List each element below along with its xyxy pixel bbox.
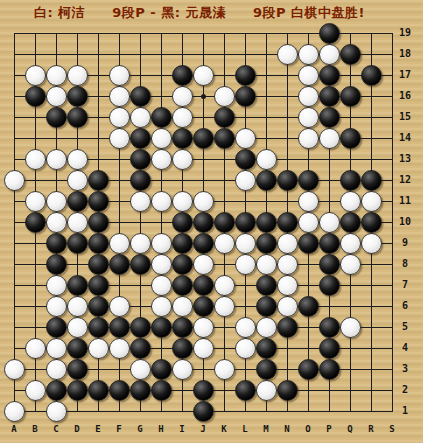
stone-black[interactable] xyxy=(361,212,382,233)
stone-white[interactable] xyxy=(46,275,67,296)
stone-white[interactable] xyxy=(151,254,172,275)
stone-white[interactable] xyxy=(193,317,214,338)
stone-black[interactable] xyxy=(319,317,340,338)
stone-black[interactable] xyxy=(277,170,298,191)
stone-white[interactable] xyxy=(109,338,130,359)
stone-white[interactable] xyxy=(235,254,256,275)
stone-white[interactable] xyxy=(277,275,298,296)
stone-black[interactable] xyxy=(151,317,172,338)
stone-white[interactable] xyxy=(25,380,46,401)
stone-black[interactable] xyxy=(235,86,256,107)
col-label-C: C xyxy=(49,424,63,434)
stone-black[interactable] xyxy=(340,170,361,191)
col-label-F: F xyxy=(112,424,126,434)
stone-black[interactable] xyxy=(319,275,340,296)
stone-white[interactable] xyxy=(109,65,130,86)
stone-white[interactable] xyxy=(46,65,67,86)
stone-black[interactable] xyxy=(298,170,319,191)
stone-black[interactable] xyxy=(256,170,277,191)
stone-white[interactable] xyxy=(193,65,214,86)
stone-black[interactable] xyxy=(46,254,67,275)
stone-black[interactable] xyxy=(193,296,214,317)
stone-black[interactable] xyxy=(88,191,109,212)
stone-black[interactable] xyxy=(25,212,46,233)
row-label-18: 18 xyxy=(394,48,416,59)
stone-white[interactable] xyxy=(46,401,67,422)
stone-black[interactable] xyxy=(319,86,340,107)
row-label-15: 15 xyxy=(394,111,416,122)
stone-white[interactable] xyxy=(172,296,193,317)
stone-white[interactable] xyxy=(298,128,319,149)
stone-white[interactable] xyxy=(67,212,88,233)
stone-white[interactable] xyxy=(256,149,277,170)
stone-white[interactable] xyxy=(4,359,25,380)
col-label-I: I xyxy=(175,424,189,434)
stone-white[interactable] xyxy=(46,191,67,212)
stone-white[interactable] xyxy=(109,233,130,254)
row-label-1: 1 xyxy=(394,405,416,416)
stone-black[interactable] xyxy=(109,254,130,275)
stone-white[interactable] xyxy=(256,254,277,275)
stone-white[interactable] xyxy=(130,359,151,380)
stone-black[interactable] xyxy=(88,275,109,296)
col-label-H: H xyxy=(154,424,168,434)
stone-white[interactable] xyxy=(235,170,256,191)
stone-black[interactable] xyxy=(340,212,361,233)
col-label-G: G xyxy=(133,424,147,434)
stone-white[interactable] xyxy=(172,107,193,128)
stone-black[interactable] xyxy=(361,170,382,191)
stone-black[interactable] xyxy=(172,254,193,275)
stone-black[interactable] xyxy=(88,317,109,338)
stone-white[interactable] xyxy=(46,86,67,107)
row-label-9: 9 xyxy=(394,237,416,248)
stone-black[interactable] xyxy=(130,317,151,338)
col-label-Q: Q xyxy=(343,424,357,434)
stone-white[interactable] xyxy=(130,191,151,212)
stone-white[interactable] xyxy=(298,65,319,86)
stone-white[interactable] xyxy=(277,296,298,317)
stone-black[interactable] xyxy=(130,149,151,170)
stone-black[interactable] xyxy=(298,233,319,254)
stone-black[interactable] xyxy=(46,317,67,338)
stone-black[interactable] xyxy=(130,338,151,359)
col-label-P: P xyxy=(322,424,336,434)
stone-black[interactable] xyxy=(277,380,298,401)
row-label-11: 11 xyxy=(394,195,416,206)
col-label-M: M xyxy=(259,424,273,434)
stone-black[interactable] xyxy=(193,380,214,401)
row-label-3: 3 xyxy=(394,363,416,374)
stone-white[interactable] xyxy=(193,191,214,212)
stone-black[interactable] xyxy=(277,212,298,233)
row-label-2: 2 xyxy=(394,384,416,395)
stone-black[interactable] xyxy=(46,380,67,401)
stone-white[interactable] xyxy=(172,149,193,170)
stone-white[interactable] xyxy=(151,233,172,254)
stone-black[interactable] xyxy=(340,128,361,149)
col-label-O: O xyxy=(301,424,315,434)
stone-white[interactable] xyxy=(256,317,277,338)
stone-white[interactable] xyxy=(67,317,88,338)
col-label-E: E xyxy=(91,424,105,434)
stone-white[interactable] xyxy=(67,65,88,86)
stone-white[interactable] xyxy=(172,359,193,380)
stone-black[interactable] xyxy=(361,65,382,86)
stone-black[interactable] xyxy=(46,107,67,128)
stone-black[interactable] xyxy=(88,254,109,275)
stone-black[interactable] xyxy=(235,65,256,86)
stone-black[interactable] xyxy=(67,107,88,128)
stone-black[interactable] xyxy=(130,254,151,275)
col-label-B: B xyxy=(28,424,42,434)
stone-white[interactable] xyxy=(214,296,235,317)
col-label-R: R xyxy=(364,424,378,434)
stone-black[interactable] xyxy=(319,254,340,275)
stone-white[interactable] xyxy=(130,107,151,128)
row-label-19: 19 xyxy=(394,27,416,38)
stone-black[interactable] xyxy=(130,380,151,401)
col-label-K: K xyxy=(217,424,231,434)
stone-white[interactable] xyxy=(67,149,88,170)
stone-black[interactable] xyxy=(151,359,172,380)
stone-white[interactable] xyxy=(46,296,67,317)
stone-black[interactable] xyxy=(298,359,319,380)
stone-black[interactable] xyxy=(235,212,256,233)
stone-black[interactable] xyxy=(172,233,193,254)
col-label-J: J xyxy=(196,424,210,434)
stone-white[interactable] xyxy=(46,149,67,170)
stone-white[interactable] xyxy=(193,338,214,359)
col-label-L: L xyxy=(238,424,252,434)
stone-white[interactable] xyxy=(277,233,298,254)
stone-black[interactable] xyxy=(67,380,88,401)
stone-white[interactable] xyxy=(277,254,298,275)
stone-white[interactable] xyxy=(25,65,46,86)
stone-white[interactable] xyxy=(67,296,88,317)
row-label-5: 5 xyxy=(394,321,416,332)
stone-black[interactable] xyxy=(319,23,340,44)
stone-white[interactable] xyxy=(25,149,46,170)
stone-white[interactable] xyxy=(193,254,214,275)
stone-black[interactable] xyxy=(193,128,214,149)
stone-white[interactable] xyxy=(340,317,361,338)
row-label-6: 6 xyxy=(394,300,416,311)
stone-white[interactable] xyxy=(130,233,151,254)
stone-white[interactable] xyxy=(88,338,109,359)
stone-black[interactable] xyxy=(319,107,340,128)
game-info-header: 白: 柯洁 9段P - 黑: 元晟溱 9段P 白棋中盘胜! xyxy=(34,4,365,22)
stone-black[interactable] xyxy=(67,233,88,254)
stone-white[interactable] xyxy=(109,86,130,107)
stone-black[interactable] xyxy=(256,338,277,359)
stone-black[interactable] xyxy=(235,149,256,170)
stone-black[interactable] xyxy=(319,359,340,380)
stone-white[interactable] xyxy=(25,338,46,359)
stone-black[interactable] xyxy=(151,380,172,401)
stone-white[interactable] xyxy=(235,233,256,254)
row-label-16: 16 xyxy=(394,90,416,101)
stone-white[interactable] xyxy=(214,359,235,380)
stone-black[interactable] xyxy=(277,317,298,338)
row-label-8: 8 xyxy=(394,258,416,269)
stone-black[interactable] xyxy=(193,275,214,296)
stone-black[interactable] xyxy=(256,212,277,233)
stone-white[interactable] xyxy=(46,212,67,233)
stone-black[interactable] xyxy=(256,296,277,317)
stone-white[interactable] xyxy=(172,86,193,107)
stone-black[interactable] xyxy=(88,212,109,233)
stone-white[interactable] xyxy=(151,275,172,296)
col-label-S: S xyxy=(385,424,399,434)
stone-white[interactable] xyxy=(4,401,25,422)
stone-black[interactable] xyxy=(193,212,214,233)
stone-black[interactable] xyxy=(67,359,88,380)
stone-white[interactable] xyxy=(109,107,130,128)
stone-white[interactable] xyxy=(235,338,256,359)
star-point xyxy=(201,94,206,99)
row-label-12: 12 xyxy=(394,174,416,185)
row-label-17: 17 xyxy=(394,69,416,80)
stone-white[interactable] xyxy=(319,44,340,65)
stone-white[interactable] xyxy=(214,233,235,254)
stone-black[interactable] xyxy=(172,212,193,233)
stone-black[interactable] xyxy=(214,107,235,128)
go-board-viewer: 白: 柯洁 9段P - 黑: 元晟溱 9段P 白棋中盘胜! ABCDEFGHIJ… xyxy=(0,0,423,443)
stone-black[interactable] xyxy=(193,233,214,254)
stone-white[interactable] xyxy=(67,170,88,191)
stone-black[interactable] xyxy=(67,86,88,107)
row-label-13: 13 xyxy=(394,153,416,164)
stone-black[interactable] xyxy=(67,338,88,359)
stone-black[interactable] xyxy=(298,296,319,317)
stone-white[interactable] xyxy=(319,212,340,233)
stone-black[interactable] xyxy=(130,128,151,149)
stone-white[interactable] xyxy=(298,44,319,65)
stone-black[interactable] xyxy=(130,86,151,107)
stone-black[interactable] xyxy=(67,275,88,296)
stone-black[interactable] xyxy=(340,44,361,65)
stone-black[interactable] xyxy=(235,380,256,401)
stone-white[interactable] xyxy=(319,128,340,149)
stone-black[interactable] xyxy=(151,107,172,128)
stone-white[interactable] xyxy=(46,359,67,380)
stone-black[interactable] xyxy=(109,317,130,338)
stone-black[interactable] xyxy=(88,296,109,317)
stone-black[interactable] xyxy=(88,380,109,401)
stone-white[interactable] xyxy=(214,275,235,296)
stone-white[interactable] xyxy=(235,317,256,338)
stone-white[interactable] xyxy=(256,380,277,401)
stone-white[interactable] xyxy=(298,191,319,212)
stone-black[interactable] xyxy=(256,233,277,254)
stone-black[interactable] xyxy=(214,128,235,149)
stone-white[interactable] xyxy=(172,191,193,212)
stone-black[interactable] xyxy=(67,191,88,212)
stone-white[interactable] xyxy=(361,191,382,212)
stone-white[interactable] xyxy=(298,86,319,107)
stone-black[interactable] xyxy=(319,233,340,254)
stone-white[interactable] xyxy=(340,233,361,254)
stone-black[interactable] xyxy=(319,338,340,359)
stone-black[interactable] xyxy=(256,359,277,380)
row-label-14: 14 xyxy=(394,132,416,143)
stone-white[interactable] xyxy=(151,191,172,212)
stone-white[interactable] xyxy=(235,128,256,149)
stone-white[interactable] xyxy=(25,191,46,212)
col-label-A: A xyxy=(7,424,21,434)
stone-white[interactable] xyxy=(361,233,382,254)
stone-black[interactable] xyxy=(88,233,109,254)
stone-black[interactable] xyxy=(193,401,214,422)
stone-white[interactable] xyxy=(340,254,361,275)
stone-black[interactable] xyxy=(109,380,130,401)
stone-white[interactable] xyxy=(151,296,172,317)
row-label-7: 7 xyxy=(394,279,416,290)
stone-black[interactable] xyxy=(130,170,151,191)
stone-black[interactable] xyxy=(46,233,67,254)
stone-black[interactable] xyxy=(172,65,193,86)
col-label-N: N xyxy=(280,424,294,434)
col-label-D: D xyxy=(70,424,84,434)
stone-white[interactable] xyxy=(109,128,130,149)
stone-black[interactable] xyxy=(214,212,235,233)
stone-black[interactable] xyxy=(319,65,340,86)
stone-black[interactable] xyxy=(172,128,193,149)
stone-black[interactable] xyxy=(340,86,361,107)
board-grid-vline xyxy=(392,33,393,412)
row-label-10: 10 xyxy=(394,216,416,227)
stone-black[interactable] xyxy=(88,170,109,191)
stone-white[interactable] xyxy=(151,128,172,149)
stone-black[interactable] xyxy=(256,275,277,296)
stone-white[interactable] xyxy=(151,149,172,170)
stone-white[interactable] xyxy=(214,86,235,107)
stone-black[interactable] xyxy=(25,86,46,107)
stone-white[interactable] xyxy=(277,44,298,65)
stone-white[interactable] xyxy=(109,296,130,317)
stone-black[interactable] xyxy=(172,338,193,359)
stone-black[interactable] xyxy=(172,275,193,296)
stone-white[interactable] xyxy=(298,212,319,233)
stone-white[interactable] xyxy=(46,338,67,359)
stone-white[interactable] xyxy=(298,107,319,128)
stone-black[interactable] xyxy=(172,317,193,338)
row-label-4: 4 xyxy=(394,342,416,353)
stone-white[interactable] xyxy=(4,170,25,191)
stone-white[interactable] xyxy=(340,191,361,212)
